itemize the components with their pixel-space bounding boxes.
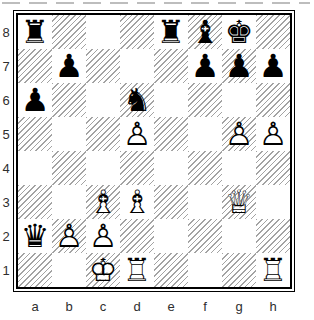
file-labels: abcdefgh — [18, 297, 290, 315]
square-h5: ♟♙ — [256, 117, 290, 151]
square-c5 — [86, 117, 120, 151]
square-g1 — [222, 253, 256, 287]
square-g2 — [222, 219, 256, 253]
square-e7 — [154, 49, 188, 83]
square-b6 — [52, 83, 86, 117]
file-label-a: a — [18, 297, 52, 315]
square-d1: ♜♖ — [120, 253, 154, 287]
white-king: ♔ — [86, 253, 120, 287]
square-a1 — [18, 253, 52, 287]
square-f2 — [188, 219, 222, 253]
black-pawn: ♟ — [222, 49, 256, 83]
white-pawn: ♙ — [52, 219, 86, 253]
black-king: ♚ — [222, 15, 256, 49]
black-knight: ♞ — [120, 83, 154, 117]
square-c8 — [86, 15, 120, 49]
white-pawn: ♙ — [120, 117, 154, 151]
rank-labels: 87654321 — [0, 15, 12, 287]
rank-label-3: 3 — [0, 185, 12, 219]
square-e5 — [154, 117, 188, 151]
rank-label-4: 4 — [0, 151, 12, 185]
white-queen: ♕ — [222, 185, 256, 219]
square-b5 — [52, 117, 86, 151]
rank-label-7: 7 — [0, 49, 12, 83]
square-b4 — [52, 151, 86, 185]
black-pawn: ♟ — [18, 83, 52, 117]
square-a5 — [18, 117, 52, 151]
black-queen: ♛ — [18, 219, 52, 253]
file-label-f: f — [188, 297, 222, 315]
square-c1: ♚♔ — [86, 253, 120, 287]
square-d3: ♝♗ — [120, 185, 154, 219]
square-b8 — [52, 15, 86, 49]
white-rook: ♖ — [256, 253, 290, 287]
square-d4 — [120, 151, 154, 185]
file-label-b: b — [52, 297, 86, 315]
square-b3 — [52, 185, 86, 219]
white-pawn: ♙ — [256, 117, 290, 151]
square-b1 — [52, 253, 86, 287]
rank-label-5: 5 — [0, 117, 12, 151]
file-label-g: g — [222, 297, 256, 315]
square-a7 — [18, 49, 52, 83]
white-bishop: ♗ — [120, 185, 154, 219]
square-a8: ♜ — [18, 15, 52, 49]
top-dashed-line — [2, 2, 310, 4]
square-h1: ♜♖ — [256, 253, 290, 287]
square-d2 — [120, 219, 154, 253]
rank-label-8: 8 — [0, 15, 12, 49]
white-bishop: ♗ — [86, 185, 120, 219]
square-d5: ♟♙ — [120, 117, 154, 151]
square-e1 — [154, 253, 188, 287]
square-c6 — [86, 83, 120, 117]
square-c2: ♟♙ — [86, 219, 120, 253]
square-a6: ♟ — [18, 83, 52, 117]
square-b2: ♟♙ — [52, 219, 86, 253]
white-rook: ♖ — [120, 253, 154, 287]
square-f8: ♝ — [188, 15, 222, 49]
file-label-h: h — [256, 297, 290, 315]
rank-label-6: 6 — [0, 83, 12, 117]
rank-label-1: 1 — [0, 253, 12, 287]
black-pawn: ♟ — [52, 49, 86, 83]
black-bishop: ♝ — [188, 15, 222, 49]
black-pawn: ♟ — [256, 49, 290, 83]
square-f3 — [188, 185, 222, 219]
square-a3 — [18, 185, 52, 219]
square-h3 — [256, 185, 290, 219]
square-g4 — [222, 151, 256, 185]
square-e6 — [154, 83, 188, 117]
board-grid: ♜♜♝♚♟♟♟♟♟♞♟♙♟♙♟♙♝♗♝♗♛♕♛♟♙♟♙♚♔♜♖♜♖ — [16, 13, 292, 289]
square-f5 — [188, 117, 222, 151]
square-h4 — [256, 151, 290, 185]
square-a4 — [18, 151, 52, 185]
square-h8 — [256, 15, 290, 49]
black-rook: ♜ — [18, 15, 52, 49]
square-g7: ♟ — [222, 49, 256, 83]
square-h7: ♟ — [256, 49, 290, 83]
square-b7: ♟ — [52, 49, 86, 83]
square-g8: ♚ — [222, 15, 256, 49]
square-f4 — [188, 151, 222, 185]
square-a2: ♛ — [18, 219, 52, 253]
chess-board: ♜♜♝♚♟♟♟♟♟♞♟♙♟♙♟♙♝♗♝♗♛♕♛♟♙♟♙♚♔♜♖♜♖ — [13, 10, 295, 292]
square-c4 — [86, 151, 120, 185]
square-h6 — [256, 83, 290, 117]
square-e4 — [154, 151, 188, 185]
square-f7: ♟ — [188, 49, 222, 83]
square-c3: ♝♗ — [86, 185, 120, 219]
square-d7 — [120, 49, 154, 83]
square-c7 — [86, 49, 120, 83]
square-e3 — [154, 185, 188, 219]
white-pawn: ♙ — [86, 219, 120, 253]
square-d8 — [120, 15, 154, 49]
black-pawn: ♟ — [188, 49, 222, 83]
square-f1 — [188, 253, 222, 287]
file-label-d: d — [120, 297, 154, 315]
black-rook: ♜ — [154, 15, 188, 49]
square-e2 — [154, 219, 188, 253]
square-g5: ♟♙ — [222, 117, 256, 151]
square-e8: ♜ — [154, 15, 188, 49]
square-g3: ♛♕ — [222, 185, 256, 219]
square-d6: ♞ — [120, 83, 154, 117]
square-g6 — [222, 83, 256, 117]
file-label-c: c — [86, 297, 120, 315]
rank-label-2: 2 — [0, 219, 12, 253]
white-pawn: ♙ — [222, 117, 256, 151]
file-label-e: e — [154, 297, 188, 315]
square-h2 — [256, 219, 290, 253]
square-f6 — [188, 83, 222, 117]
